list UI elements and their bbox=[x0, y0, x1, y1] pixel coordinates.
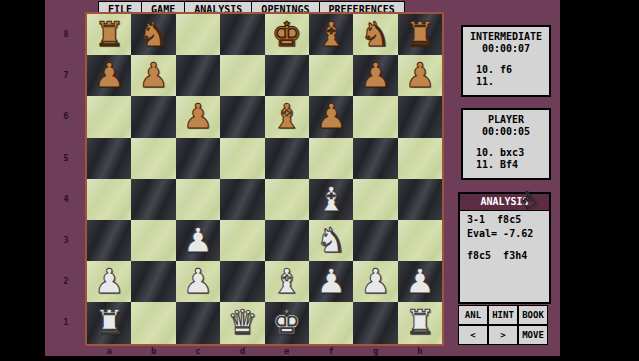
board-squares: ♜♞♚♝♞♜♟♟♟♟♟♝♟♝♟♞♟♟♝♟♟♟♜♛♚♜ bbox=[87, 14, 442, 344]
square-b7[interactable]: ♟ bbox=[131, 55, 175, 96]
square-e8[interactable]: ♚ bbox=[265, 14, 309, 55]
black-knight: ♞ bbox=[138, 14, 168, 55]
square-a8[interactable]: ♜ bbox=[87, 14, 131, 55]
black-pawn: ♟ bbox=[316, 96, 346, 137]
white-queen: ♛ bbox=[227, 302, 257, 343]
black-knight: ♞ bbox=[360, 14, 390, 55]
player-move-1: 10. bxc3 bbox=[463, 147, 549, 158]
square-f7[interactable] bbox=[309, 55, 353, 96]
square-a7[interactable]: ♟ bbox=[87, 55, 131, 96]
rank-label-1: 1 bbox=[58, 302, 74, 343]
square-d2[interactable] bbox=[220, 261, 264, 302]
file-label-d: d bbox=[220, 346, 264, 356]
square-g1[interactable] bbox=[353, 302, 397, 343]
intermediate-clock: 00:00:07 bbox=[463, 43, 549, 54]
white-pawn: ♟ bbox=[405, 261, 435, 302]
square-g7[interactable]: ♟ bbox=[353, 55, 397, 96]
square-f4[interactable]: ♝ bbox=[309, 179, 353, 220]
white-pawn: ♟ bbox=[360, 261, 390, 302]
square-h3[interactable] bbox=[398, 220, 442, 261]
square-a6[interactable] bbox=[87, 96, 131, 137]
white-bishop: ♝ bbox=[316, 179, 346, 220]
square-h8[interactable]: ♜ bbox=[398, 14, 442, 55]
square-h4[interactable] bbox=[398, 179, 442, 220]
square-f3[interactable]: ♞ bbox=[309, 220, 353, 261]
white-king: ♚ bbox=[272, 302, 302, 343]
black-pawn: ♟ bbox=[183, 96, 213, 137]
intermediate-move-2: 11. bbox=[463, 76, 549, 87]
square-e3[interactable] bbox=[265, 220, 309, 261]
square-g4[interactable] bbox=[353, 179, 397, 220]
analysis-title: ANALYSIS bbox=[460, 194, 549, 211]
square-a5[interactable] bbox=[87, 138, 131, 179]
square-f8[interactable]: ♝ bbox=[309, 14, 353, 55]
analysis-pv-line: f8c5 f3h4 bbox=[460, 250, 549, 261]
board-frame: ♜♞♚♝♞♜♟♟♟♟♟♝♟♝♟♞♟♟♝♟♟♟♜♛♚♜ bbox=[85, 12, 444, 346]
black-bishop: ♝ bbox=[272, 96, 302, 137]
rank-label-3: 3 bbox=[58, 220, 74, 261]
rank-label-6: 6 bbox=[58, 96, 74, 137]
square-d1[interactable]: ♛ bbox=[220, 302, 264, 343]
square-d3[interactable] bbox=[220, 220, 264, 261]
hint-button[interactable]: HINT bbox=[488, 305, 518, 325]
black-bishop: ♝ bbox=[316, 14, 346, 55]
square-d8[interactable] bbox=[220, 14, 264, 55]
square-f2[interactable]: ♟ bbox=[309, 261, 353, 302]
player-title: PLAYER bbox=[463, 114, 549, 125]
square-h2[interactable]: ♟ bbox=[398, 261, 442, 302]
file-label-c: c bbox=[176, 346, 220, 356]
square-c8[interactable] bbox=[176, 14, 220, 55]
white-pawn: ♟ bbox=[94, 261, 124, 302]
white-pawn: ♟ bbox=[183, 220, 213, 261]
file-label-h: h bbox=[398, 346, 442, 356]
square-e7[interactable] bbox=[265, 55, 309, 96]
prev-move-button[interactable]: < bbox=[458, 325, 488, 345]
square-h6[interactable] bbox=[398, 96, 442, 137]
square-a3[interactable] bbox=[87, 220, 131, 261]
white-rook: ♜ bbox=[94, 302, 124, 343]
rank-label-8: 8 bbox=[58, 14, 74, 55]
file-label-b: b bbox=[131, 346, 175, 356]
square-c4[interactable] bbox=[176, 179, 220, 220]
square-e1[interactable]: ♚ bbox=[265, 302, 309, 343]
rank-label-5: 5 bbox=[58, 138, 74, 179]
black-pawn: ♟ bbox=[138, 55, 168, 96]
square-c3[interactable]: ♟ bbox=[176, 220, 220, 261]
square-h5[interactable] bbox=[398, 138, 442, 179]
square-b2[interactable] bbox=[131, 261, 175, 302]
square-e2[interactable]: ♝ bbox=[265, 261, 309, 302]
square-e5[interactable] bbox=[265, 138, 309, 179]
white-pawn: ♟ bbox=[183, 261, 213, 302]
white-pawn: ♟ bbox=[316, 261, 346, 302]
square-f5[interactable] bbox=[309, 138, 353, 179]
screen: FILEGAMEANALYSISOPENINGSPREFERENCES ♜♞♚♝… bbox=[0, 0, 639, 361]
black-pawn: ♟ bbox=[94, 55, 124, 96]
rank-label-2: 2 bbox=[58, 261, 74, 302]
square-b1[interactable] bbox=[131, 302, 175, 343]
square-d6[interactable] bbox=[220, 96, 264, 137]
square-a4[interactable] bbox=[87, 179, 131, 220]
square-b8[interactable]: ♞ bbox=[131, 14, 175, 55]
square-c6[interactable]: ♟ bbox=[176, 96, 220, 137]
file-label-e: e bbox=[265, 346, 309, 356]
square-g8[interactable]: ♞ bbox=[353, 14, 397, 55]
white-bishop: ♝ bbox=[272, 261, 302, 302]
square-b3[interactable] bbox=[131, 220, 175, 261]
square-g2[interactable]: ♟ bbox=[353, 261, 397, 302]
square-f6[interactable]: ♟ bbox=[309, 96, 353, 137]
black-rook: ♜ bbox=[94, 14, 124, 55]
square-e4[interactable] bbox=[265, 179, 309, 220]
anl-button[interactable]: ANL bbox=[458, 305, 488, 325]
square-c1[interactable] bbox=[176, 302, 220, 343]
control-buttons: ANL HINT BOOK < > MOVE bbox=[458, 305, 548, 345]
square-g5[interactable] bbox=[353, 138, 397, 179]
analysis-depth-line: 3-1 f8c5 bbox=[460, 214, 549, 225]
black-rook: ♜ bbox=[405, 14, 435, 55]
square-d7[interactable] bbox=[220, 55, 264, 96]
square-b5[interactable] bbox=[131, 138, 175, 179]
player-clock: 00:00:05 bbox=[463, 126, 549, 137]
file-label-g: g bbox=[353, 346, 397, 356]
square-d5[interactable] bbox=[220, 138, 264, 179]
file-label-f: f bbox=[309, 346, 353, 356]
rank-label-7: 7 bbox=[58, 55, 74, 96]
file-label-a: a bbox=[87, 346, 131, 356]
white-knight: ♞ bbox=[316, 220, 346, 261]
square-c7[interactable] bbox=[176, 55, 220, 96]
analysis-eval-line: Eval= -7.62 bbox=[460, 228, 549, 239]
black-king: ♚ bbox=[272, 14, 302, 55]
next-move-button[interactable]: > bbox=[488, 325, 518, 345]
black-pawn: ♟ bbox=[405, 55, 435, 96]
intermediate-title: INTERMEDIATE bbox=[463, 31, 549, 42]
square-g3[interactable] bbox=[353, 220, 397, 261]
white-rook: ♜ bbox=[405, 302, 435, 343]
square-g6[interactable] bbox=[353, 96, 397, 137]
square-b4[interactable] bbox=[131, 179, 175, 220]
square-b6[interactable] bbox=[131, 96, 175, 137]
square-c5[interactable] bbox=[176, 138, 220, 179]
square-h7[interactable]: ♟ bbox=[398, 55, 442, 96]
square-d4[interactable] bbox=[220, 179, 264, 220]
intermediate-clock-panel: INTERMEDIATE 00:00:07 10. f6 11. bbox=[461, 25, 551, 97]
analysis-panel: ANALYSIS 3-1 f8c5 Eval= -7.62 f8c5 f3h4 bbox=[458, 192, 551, 304]
square-h1[interactable]: ♜ bbox=[398, 302, 442, 343]
black-pawn: ♟ bbox=[360, 55, 390, 96]
square-a1[interactable]: ♜ bbox=[87, 302, 131, 343]
move-button[interactable]: MOVE bbox=[518, 325, 548, 345]
square-f1[interactable] bbox=[309, 302, 353, 343]
square-c2[interactable]: ♟ bbox=[176, 261, 220, 302]
square-a2[interactable]: ♟ bbox=[87, 261, 131, 302]
square-e6[interactable]: ♝ bbox=[265, 96, 309, 137]
player-clock-panel: PLAYER 00:00:05 10. bxc3 11. Bf4 bbox=[461, 108, 551, 180]
player-move-2: 11. Bf4 bbox=[463, 159, 549, 170]
book-button[interactable]: BOOK bbox=[518, 305, 548, 325]
rank-label-4: 4 bbox=[58, 179, 74, 220]
intermediate-move-1: 10. f6 bbox=[463, 64, 549, 75]
